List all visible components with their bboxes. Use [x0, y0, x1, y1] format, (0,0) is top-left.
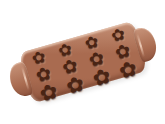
flower-icon: ✿	[117, 58, 140, 83]
product-photo: ✿✿✿✿✿✿✿✿✿✿✿✿	[0, 0, 165, 124]
flower-cavity-2-3: ✿	[112, 56, 144, 84]
flower-icon: ✿	[38, 81, 61, 106]
chocolate-mold: ✿✿✿✿✿✿✿✿✿✿✿✿	[18, 20, 148, 103]
cavity-grid: ✿✿✿✿✿✿✿✿✿✿✿✿	[24, 24, 143, 99]
flower-icon: ✿	[64, 73, 87, 98]
flower-icon: ✿	[91, 65, 114, 90]
